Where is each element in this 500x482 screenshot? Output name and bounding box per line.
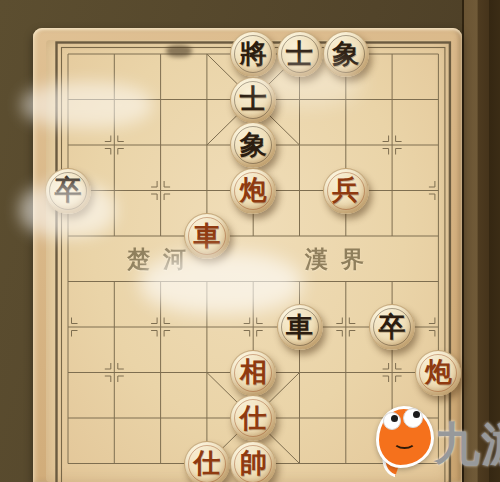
piece-red-炮[interactable]: 炮 bbox=[230, 168, 276, 214]
piece-red-兵[interactable]: 兵 bbox=[323, 168, 369, 214]
piece-black-士[interactable]: 士 bbox=[230, 77, 276, 123]
piece-glyph: 將 bbox=[240, 40, 267, 67]
river-label-han-jie: 漢界 bbox=[305, 244, 415, 274]
piece-glyph: 象 bbox=[240, 131, 267, 158]
piece-glyph: 相 bbox=[240, 358, 267, 385]
piece-glyph: 炮 bbox=[240, 176, 267, 203]
piece-glyph: 車 bbox=[193, 222, 220, 249]
piece-glyph: 士 bbox=[240, 85, 267, 112]
piece-black-卒[interactable]: 卒 bbox=[369, 304, 415, 350]
jiuyou-watermark-text: 九游 bbox=[434, 414, 500, 476]
piece-glyph: 車 bbox=[286, 313, 313, 340]
piece-glyph: 帥 bbox=[240, 449, 267, 476]
xiangqi-game-screen: 楚河 漢界 將士象士象卒炮兵車車卒相炮仕仕帥 九游 bbox=[0, 0, 500, 482]
piece-glyph: 卒 bbox=[379, 313, 406, 340]
piece-red-相[interactable]: 相 bbox=[230, 350, 276, 396]
piece-black-車[interactable]: 車 bbox=[277, 304, 323, 350]
jiuyou-watermark: 九游 bbox=[374, 404, 500, 482]
piece-glyph: 仕 bbox=[193, 449, 220, 476]
piece-red-車[interactable]: 車 bbox=[184, 213, 230, 259]
piece-glyph: 象 bbox=[332, 40, 359, 67]
piece-red-炮[interactable]: 炮 bbox=[415, 350, 461, 396]
piece-red-仕[interactable]: 仕 bbox=[184, 441, 230, 482]
jiuyou-mascot-icon bbox=[374, 404, 432, 472]
piece-black-士[interactable]: 士 bbox=[277, 31, 323, 77]
piece-glyph: 仕 bbox=[240, 404, 267, 431]
piece-glyph: 炮 bbox=[425, 358, 452, 385]
piece-glyph: 士 bbox=[286, 40, 313, 67]
piece-glyph: 卒 bbox=[55, 176, 82, 203]
piece-glyph: 兵 bbox=[332, 176, 359, 203]
piece-black-卒[interactable]: 卒 bbox=[45, 168, 91, 214]
piece-red-仕[interactable]: 仕 bbox=[230, 395, 276, 441]
piece-black-象[interactable]: 象 bbox=[230, 122, 276, 168]
piece-black-象[interactable]: 象 bbox=[323, 31, 369, 77]
piece-black-將[interactable]: 將 bbox=[230, 31, 276, 77]
